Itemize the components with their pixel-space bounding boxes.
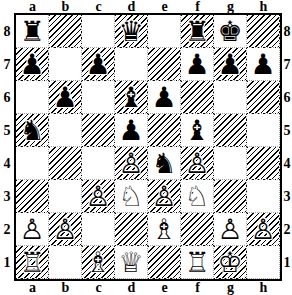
square-d4[interactable]: ♙ — [115, 147, 148, 180]
square-e6[interactable]: ♟ — [148, 81, 181, 114]
piece-black-pawn: ♟ — [85, 48, 110, 81]
file-label-b: b — [49, 0, 82, 14]
file-labels-top: abcdefgh — [14, 0, 282, 13]
square-d2[interactable] — [115, 213, 148, 246]
square-f3[interactable]: ♘ — [181, 180, 214, 213]
square-c3[interactable]: ♙ — [82, 180, 115, 213]
square-a3[interactable] — [16, 180, 49, 213]
piece-white-knight: ♘ — [184, 180, 209, 213]
piece-white-pawn: ♙ — [151, 180, 176, 213]
square-c4[interactable] — [82, 147, 115, 180]
square-c6[interactable] — [82, 81, 115, 114]
piece-white-rook: ♖ — [19, 246, 44, 279]
rank-label-2: 2 — [282, 213, 292, 246]
file-label-a: a — [16, 0, 49, 14]
square-a5[interactable]: ♞ — [16, 114, 49, 147]
file-label-b: b — [49, 281, 82, 295]
piece-black-pawn: ♟ — [250, 48, 275, 81]
piece-white-pawn: ♙ — [85, 180, 110, 213]
square-d3[interactable]: ♘ — [115, 180, 148, 213]
piece-white-knight: ♘ — [118, 180, 143, 213]
piece-white-pawn: ♙ — [19, 213, 44, 246]
square-b7[interactable] — [49, 48, 82, 81]
file-label-f: f — [181, 0, 214, 14]
square-c7[interactable]: ♟ — [82, 48, 115, 81]
square-e4[interactable]: ♞ — [148, 147, 181, 180]
square-g6[interactable] — [214, 81, 247, 114]
square-d5[interactable]: ♟ — [115, 114, 148, 147]
piece-white-pawn: ♙ — [118, 147, 143, 180]
piece-white-pawn: ♙ — [184, 147, 209, 180]
square-b6[interactable]: ♟ — [49, 81, 82, 114]
square-e1[interactable] — [148, 246, 181, 279]
file-label-d: d — [115, 0, 148, 14]
square-a6[interactable] — [16, 81, 49, 114]
rank-label-5: 5 — [0, 114, 14, 147]
rank-labels-left: 87654321 — [0, 13, 14, 281]
square-g3[interactable] — [214, 180, 247, 213]
rank-label-7: 7 — [0, 48, 14, 81]
square-h1[interactable] — [247, 246, 280, 279]
square-d6[interactable]: ♝ — [115, 81, 148, 114]
piece-white-bishop: ♗ — [85, 246, 110, 279]
square-h7[interactable]: ♟ — [247, 48, 280, 81]
piece-black-pawn: ♟ — [184, 48, 209, 81]
rank-label-3: 3 — [0, 180, 14, 213]
square-a8[interactable]: ♜ — [16, 15, 49, 48]
file-label-c: c — [82, 281, 115, 295]
rank-label-3: 3 — [282, 180, 292, 213]
rank-label-4: 4 — [282, 147, 292, 180]
piece-white-pawn: ♙ — [250, 213, 275, 246]
rank-label-1: 1 — [0, 246, 14, 279]
square-a1[interactable]: ♖ — [16, 246, 49, 279]
square-e7[interactable] — [148, 48, 181, 81]
square-b8[interactable] — [49, 15, 82, 48]
piece-white-bishop: ♗ — [151, 213, 176, 246]
file-label-e: e — [148, 0, 181, 14]
rank-label-8: 8 — [0, 15, 14, 48]
square-g1[interactable]: ♔ — [214, 246, 247, 279]
file-label-g: g — [214, 281, 247, 295]
rank-labels-right: 87654321 — [282, 13, 292, 281]
rank-label-2: 2 — [0, 213, 14, 246]
piece-black-pawn: ♟ — [118, 114, 143, 147]
square-f8[interactable]: ♜ — [181, 15, 214, 48]
square-a4[interactable] — [16, 147, 49, 180]
chess-board: ♜♛♜♚♟♟♟♟♟♟♝♟♞♟♝♙♞♙♙♘♙♘♙♙♗♙♙♖♗♕♖♔ — [14, 13, 282, 281]
square-b3[interactable] — [49, 180, 82, 213]
rank-label-6: 6 — [0, 81, 14, 114]
square-h5[interactable] — [247, 114, 280, 147]
file-label-f: f — [181, 281, 214, 295]
rank-label-1: 1 — [282, 246, 292, 279]
file-label-h: h — [247, 0, 280, 14]
square-a7[interactable]: ♟ — [16, 48, 49, 81]
piece-black-pawn: ♟ — [217, 48, 242, 81]
file-label-c: c — [82, 0, 115, 14]
square-d7[interactable] — [115, 48, 148, 81]
square-c5[interactable] — [82, 114, 115, 147]
square-a2[interactable]: ♙ — [16, 213, 49, 246]
piece-black-king: ♚ — [217, 15, 242, 48]
rank-label-5: 5 — [282, 114, 292, 147]
square-d1[interactable]: ♕ — [115, 246, 148, 279]
square-f2[interactable] — [181, 213, 214, 246]
piece-black-pawn: ♟ — [19, 48, 44, 81]
square-h3[interactable] — [247, 180, 280, 213]
square-b1[interactable] — [49, 246, 82, 279]
square-c2[interactable] — [82, 213, 115, 246]
square-e8[interactable] — [148, 15, 181, 48]
piece-black-knight: ♞ — [19, 114, 44, 147]
piece-black-rook: ♜ — [184, 15, 209, 48]
file-label-e: e — [148, 281, 181, 295]
file-label-h: h — [247, 281, 280, 295]
square-h4[interactable] — [247, 147, 280, 180]
piece-black-pawn: ♟ — [52, 81, 77, 114]
square-f5[interactable]: ♝ — [181, 114, 214, 147]
square-d8[interactable]: ♛ — [115, 15, 148, 48]
rank-label-4: 4 — [0, 147, 14, 180]
square-h2[interactable]: ♙ — [247, 213, 280, 246]
square-g4[interactable] — [214, 147, 247, 180]
square-g2[interactable]: ♙ — [214, 213, 247, 246]
chess-diagram: abcdefgh 87654321 ♜♛♜♚♟♟♟♟♟♟♝♟♞♟♝♙♞♙♙♘♙♘… — [0, 0, 292, 295]
piece-black-knight: ♞ — [151, 147, 176, 180]
rank-label-7: 7 — [282, 48, 292, 81]
file-labels-bottom: abcdefgh — [14, 281, 282, 295]
square-g5[interactable] — [214, 114, 247, 147]
piece-white-pawn: ♙ — [217, 213, 242, 246]
square-e2[interactable]: ♗ — [148, 213, 181, 246]
piece-white-king: ♔ — [217, 246, 242, 279]
square-e3[interactable]: ♙ — [148, 180, 181, 213]
file-label-a: a — [16, 281, 49, 295]
square-h6[interactable] — [247, 81, 280, 114]
rank-label-8: 8 — [282, 15, 292, 48]
square-h8[interactable] — [247, 15, 280, 48]
file-label-g: g — [214, 0, 247, 14]
square-c1[interactable]: ♗ — [82, 246, 115, 279]
square-f6[interactable] — [181, 81, 214, 114]
piece-black-bishop: ♝ — [118, 81, 143, 114]
rank-label-6: 6 — [282, 81, 292, 114]
piece-black-queen: ♛ — [118, 15, 143, 48]
file-label-d: d — [115, 281, 148, 295]
piece-white-pawn: ♙ — [52, 213, 77, 246]
square-b5[interactable] — [49, 114, 82, 147]
piece-white-rook: ♖ — [184, 246, 209, 279]
piece-black-bishop: ♝ — [184, 114, 209, 147]
square-c8[interactable] — [82, 15, 115, 48]
square-g7[interactable]: ♟ — [214, 48, 247, 81]
square-e5[interactable] — [148, 114, 181, 147]
square-b4[interactable] — [49, 147, 82, 180]
piece-black-rook: ♜ — [19, 15, 44, 48]
square-g8[interactable]: ♚ — [214, 15, 247, 48]
square-b2[interactable]: ♙ — [49, 213, 82, 246]
square-f1[interactable]: ♖ — [181, 246, 214, 279]
piece-black-pawn: ♟ — [151, 81, 176, 114]
square-f4[interactable]: ♙ — [181, 147, 214, 180]
square-f7[interactable]: ♟ — [181, 48, 214, 81]
piece-white-queen: ♕ — [118, 246, 143, 279]
